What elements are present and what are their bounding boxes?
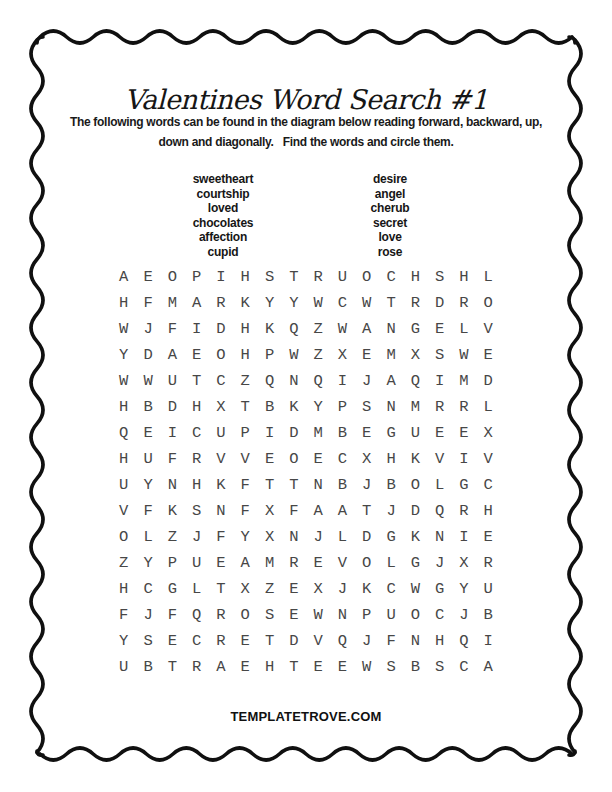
grid-cell: C (209, 368, 233, 394)
grid-cell: W (355, 290, 379, 316)
grid-cell: Z (306, 342, 330, 368)
grid-cell: V (233, 446, 257, 472)
grid-cell: J (330, 576, 354, 602)
grid-cell: O (282, 446, 306, 472)
grid-cell: K (403, 446, 427, 472)
grid-cell: C (330, 290, 354, 316)
grid-cell: D (282, 628, 306, 654)
word-item: loved (143, 201, 303, 216)
grid-cell: W (452, 342, 476, 368)
grid-cell: J (136, 316, 160, 342)
grid-cell: K (403, 524, 427, 550)
grid-cell: L (427, 472, 451, 498)
word-item: secret (310, 216, 470, 231)
grid-cell: L (452, 316, 476, 342)
grid-cell: C (476, 472, 500, 498)
grid-cell: D (427, 290, 451, 316)
grid-cell: E (427, 420, 451, 446)
grid-cell: G (379, 420, 403, 446)
grid-cell: Q (112, 420, 136, 446)
grid-cell: E (306, 446, 330, 472)
grid-cell: J (452, 602, 476, 628)
grid-cell: R (452, 394, 476, 420)
grid-cell: T (282, 654, 306, 680)
word-list-right: desireangelcherubsecretloverose (310, 172, 470, 260)
grid-cell: V (306, 628, 330, 654)
grid-cell: E (330, 654, 354, 680)
grid-cell: L (185, 576, 209, 602)
grid-cell: M (403, 394, 427, 420)
page-title: Valentines Word Search #1 (0, 84, 612, 115)
grid-cell: P (185, 264, 209, 290)
grid-cell: D (355, 524, 379, 550)
grid-cell: I (452, 446, 476, 472)
grid-cell: Z (257, 576, 281, 602)
grid-cell: R (282, 550, 306, 576)
grid-cell: U (403, 420, 427, 446)
grid-cell: S (427, 264, 451, 290)
grid-cell: A (160, 342, 184, 368)
grid-cell: O (403, 472, 427, 498)
grid-cell: I (257, 420, 281, 446)
grid-cell: H (233, 342, 257, 368)
grid-cell: R (427, 394, 451, 420)
grid-cell: N (330, 602, 354, 628)
grid-cell: J (427, 550, 451, 576)
grid-cell: U (379, 602, 403, 628)
grid-cell: O (476, 290, 500, 316)
grid-cell: H (233, 264, 257, 290)
grid-cell: D (476, 368, 500, 394)
grid-cell: F (112, 602, 136, 628)
grid-cell: P (233, 420, 257, 446)
grid-cell: L (476, 394, 500, 420)
grid-cell: G (403, 316, 427, 342)
word-item: chocolates (143, 216, 303, 231)
grid-cell: A (355, 316, 379, 342)
grid-cell: H (476, 498, 500, 524)
grid-cell: D (160, 394, 184, 420)
grid-cell: P (257, 342, 281, 368)
grid-cell: S (355, 394, 379, 420)
grid-cell: F (233, 472, 257, 498)
grid-cell: A (209, 654, 233, 680)
grid-cell: I (476, 628, 500, 654)
grid-cell: Q (452, 628, 476, 654)
grid-cell: Z (160, 524, 184, 550)
grid-cell: E (160, 628, 184, 654)
grid-cell: X (306, 576, 330, 602)
word-item: love (310, 230, 470, 245)
grid-cell: E (136, 420, 160, 446)
grid-cell: N (403, 628, 427, 654)
grid-cell: B (136, 394, 160, 420)
grid-cell: F (379, 628, 403, 654)
word-item: desire (310, 172, 470, 187)
grid-cell: I (452, 524, 476, 550)
grid-cell: R (209, 290, 233, 316)
grid-cell: F (160, 316, 184, 342)
grid-cell: C (330, 446, 354, 472)
grid-cell: M (379, 342, 403, 368)
grid-cell: U (112, 654, 136, 680)
grid-cell: P (330, 394, 354, 420)
instructions-line-2: down and diagonally. Find the words and … (56, 132, 556, 152)
grid-cell: T (355, 498, 379, 524)
grid-cell: E (233, 628, 257, 654)
grid-cell: F (209, 524, 233, 550)
grid-cell: E (476, 342, 500, 368)
border-corner-top-left (37, 37, 43, 43)
word-item: cherub (310, 201, 470, 216)
grid-cell: X (257, 498, 281, 524)
grid-cell: C (427, 602, 451, 628)
grid-cell: N (160, 472, 184, 498)
grid-cell: T (257, 628, 281, 654)
grid-cell: Q (185, 602, 209, 628)
word-list-left-column: sweetheartcourtshiplovedchocolatesaffect… (143, 172, 303, 260)
word-item: rose (310, 245, 470, 260)
grid-cell: S (379, 654, 403, 680)
grid-cell: Y (257, 290, 281, 316)
grid-cell: T (209, 576, 233, 602)
grid-cell: L (136, 524, 160, 550)
grid-cell: N (379, 316, 403, 342)
instructions-line-1: The following words can be found in the … (56, 112, 556, 132)
grid-cell: Q (403, 368, 427, 394)
grid-cell: F (136, 290, 160, 316)
grid-cell: V (476, 316, 500, 342)
grid-cell: L (379, 550, 403, 576)
grid-cell: F (233, 498, 257, 524)
grid-cell: H (112, 290, 136, 316)
grid-cell: X (452, 550, 476, 576)
grid-cell: J (355, 628, 379, 654)
grid-cell: E (233, 654, 257, 680)
grid-cell: B (403, 654, 427, 680)
grid-cell: K (355, 576, 379, 602)
grid-cell: G (427, 576, 451, 602)
grid-cell: T (160, 654, 184, 680)
instructions: The following words can be found in the … (56, 112, 556, 152)
grid-cell: G (160, 576, 184, 602)
grid-cell: A (476, 654, 500, 680)
word-item: cupid (143, 245, 303, 260)
grid-cell: N (282, 524, 306, 550)
grid-cell: Y (233, 524, 257, 550)
grid-cell: R (185, 446, 209, 472)
grid-cell: F (136, 498, 160, 524)
grid-cell: I (160, 420, 184, 446)
grid-cell: Q (330, 628, 354, 654)
grid-cell: W (112, 368, 136, 394)
grid-cell: U (476, 576, 500, 602)
grid-cell: W (112, 316, 136, 342)
grid-cell: W (355, 654, 379, 680)
grid-cell: H (403, 264, 427, 290)
grid-cell: N (427, 524, 451, 550)
grid-cell: V (209, 446, 233, 472)
grid-cell: N (306, 472, 330, 498)
grid-cell: X (355, 446, 379, 472)
grid-cell: B (379, 472, 403, 498)
grid-cell: V (476, 446, 500, 472)
grid-cell: R (452, 498, 476, 524)
grid-cell: J (136, 602, 160, 628)
grid-cell: O (355, 550, 379, 576)
grid-cell: C (185, 420, 209, 446)
grid-cell: K (209, 472, 233, 498)
grid-cell: E (452, 420, 476, 446)
grid-cell: A (379, 368, 403, 394)
grid-cell: R (306, 264, 330, 290)
grid-cell: X (233, 576, 257, 602)
grid-cell: A (330, 498, 354, 524)
grid-cell: Z (112, 550, 136, 576)
grid-cell: D (282, 420, 306, 446)
grid-cell: F (282, 498, 306, 524)
grid-cell: F (160, 446, 184, 472)
grid-cell: Z (306, 316, 330, 342)
grid-cell: H (452, 264, 476, 290)
grid-cell: A (185, 290, 209, 316)
grid-cell: E (306, 654, 330, 680)
word-item: courtship (143, 187, 303, 202)
grid-cell: K (282, 394, 306, 420)
grid-cell: M (306, 420, 330, 446)
word-item: affection (143, 230, 303, 245)
grid-cell: Y (112, 628, 136, 654)
grid-cell: G (379, 524, 403, 550)
border-bottom-wave (40, 748, 572, 760)
grid-cell: G (403, 550, 427, 576)
grid-cell: O (355, 264, 379, 290)
grid-cell: S (136, 628, 160, 654)
grid-cell: M (257, 550, 281, 576)
grid-cell: H (185, 472, 209, 498)
grid-cell: C (136, 576, 160, 602)
grid-cell: E (306, 550, 330, 576)
grid-cell: H (233, 316, 257, 342)
grid-cell: V (427, 446, 451, 472)
grid-cell: E (282, 576, 306, 602)
grid-cell: K (160, 498, 184, 524)
grid-cell: H (185, 394, 209, 420)
border-left-wave (31, 40, 43, 752)
grid-cell: S (185, 498, 209, 524)
grid-cell: U (136, 446, 160, 472)
grid-cell: B (136, 654, 160, 680)
grid-cell: L (476, 264, 500, 290)
grid-cell: T (257, 472, 281, 498)
grid-cell: G (452, 472, 476, 498)
word-item: angel (310, 187, 470, 202)
grid-cell: U (112, 472, 136, 498)
grid-cell: O (160, 264, 184, 290)
grid-cell: U (185, 550, 209, 576)
grid-cell: Q (306, 368, 330, 394)
grid-cell: U (330, 264, 354, 290)
grid-cell: O (209, 342, 233, 368)
grid-cell: Q (427, 498, 451, 524)
grid-cell: H (379, 446, 403, 472)
word-list-left: sweetheartcourtshiplovedchocolatesaffect… (143, 172, 303, 260)
grid-cell: R (476, 550, 500, 576)
grid-cell: U (160, 368, 184, 394)
grid-cell: X (403, 342, 427, 368)
grid-cell: I (209, 264, 233, 290)
grid-cell: Y (306, 394, 330, 420)
grid-cell: D (403, 498, 427, 524)
grid-cell: E (355, 420, 379, 446)
grid-cell: T (185, 368, 209, 394)
word-search-grid: AEOPIHSTRUOCHSHLHFMARKYYWCWTRDROWJFIDHKQ… (112, 264, 501, 680)
grid-cell: T (282, 472, 306, 498)
grid-cell: U (209, 420, 233, 446)
grid-cell: Y (282, 290, 306, 316)
grid-cell: R (209, 628, 233, 654)
grid-cell: N (209, 498, 233, 524)
grid-cell: X (476, 420, 500, 446)
grid-cell: H (427, 628, 451, 654)
grid-cell: H (112, 446, 136, 472)
grid-cell: E (257, 446, 281, 472)
grid-cell: O (112, 524, 136, 550)
grid-cell: H (112, 576, 136, 602)
grid-cell: A (233, 550, 257, 576)
grid-cell: A (112, 264, 136, 290)
grid-cell: X (257, 524, 281, 550)
grid-cell: D (136, 342, 160, 368)
grid-cell: N (282, 368, 306, 394)
word-item: sweetheart (143, 172, 303, 187)
grid-cell: P (355, 602, 379, 628)
border-top-wave (40, 31, 572, 43)
grid-cell: K (233, 290, 257, 316)
grid-cell: B (330, 472, 354, 498)
word-list-right-column: desireangelcherubsecretloverose (310, 172, 470, 260)
grid-cell: O (403, 602, 427, 628)
grid-cell: T (379, 290, 403, 316)
grid-cell: Z (233, 368, 257, 394)
grid-cell: O (233, 602, 257, 628)
grid-cell: A (306, 498, 330, 524)
grid-cell: M (160, 290, 184, 316)
grid-cell: F (160, 602, 184, 628)
grid-cell: J (355, 472, 379, 498)
grid-cell: E (427, 316, 451, 342)
grid-cell: S (427, 654, 451, 680)
grid-cell: T (282, 264, 306, 290)
grid-cell: M (452, 368, 476, 394)
grid-cell: E (355, 342, 379, 368)
grid-cell: W (403, 576, 427, 602)
grid-cell: R (452, 290, 476, 316)
grid-cell: W (330, 316, 354, 342)
grid-cell: J (185, 524, 209, 550)
grid-cell: C (452, 654, 476, 680)
grid-cell: J (355, 368, 379, 394)
grid-cell: N (379, 394, 403, 420)
grid-cell: I (185, 316, 209, 342)
footer-brand: TEMPLATETROVE.COM (0, 709, 612, 724)
grid-cell: W (282, 342, 306, 368)
grid-cell: W (306, 290, 330, 316)
grid-cell: Q (257, 368, 281, 394)
grid-cell: C (379, 264, 403, 290)
grid-cell: S (257, 602, 281, 628)
grid-cell: K (257, 316, 281, 342)
grid-cell: E (136, 264, 160, 290)
grid-cell: X (330, 342, 354, 368)
grid-cell: Y (136, 550, 160, 576)
grid-cell: P (160, 550, 184, 576)
grid-cell: J (306, 524, 330, 550)
border-right-wave (569, 40, 581, 752)
grid-cell: B (476, 602, 500, 628)
grid-cell: V (330, 550, 354, 576)
grid-cell: S (427, 342, 451, 368)
grid-cell: T (233, 394, 257, 420)
grid-cell: R (185, 654, 209, 680)
grid-cell: E (476, 524, 500, 550)
grid-cell: W (306, 602, 330, 628)
grid-cell: V (112, 498, 136, 524)
grid-cell: X (209, 394, 233, 420)
grid-cell: I (330, 368, 354, 394)
grid-cell: C (185, 628, 209, 654)
grid-cell: C (379, 576, 403, 602)
grid-cell: B (330, 420, 354, 446)
grid-cell: R (209, 602, 233, 628)
grid-cell: I (427, 368, 451, 394)
grid-cell: Q (282, 316, 306, 342)
grid-cell: B (257, 394, 281, 420)
grid-cell: E (185, 342, 209, 368)
grid-cell: Y (136, 472, 160, 498)
grid-cell: Y (112, 342, 136, 368)
grid-cell: E (209, 550, 233, 576)
grid-cell: W (136, 368, 160, 394)
grid-cell: D (209, 316, 233, 342)
grid-cell: H (112, 394, 136, 420)
grid-cell: L (330, 524, 354, 550)
grid-cell: J (379, 498, 403, 524)
grid-cell: Y (452, 576, 476, 602)
grid-cell: H (257, 654, 281, 680)
grid-cell: S (257, 264, 281, 290)
grid-cell: R (403, 290, 427, 316)
grid-cell: E (282, 602, 306, 628)
